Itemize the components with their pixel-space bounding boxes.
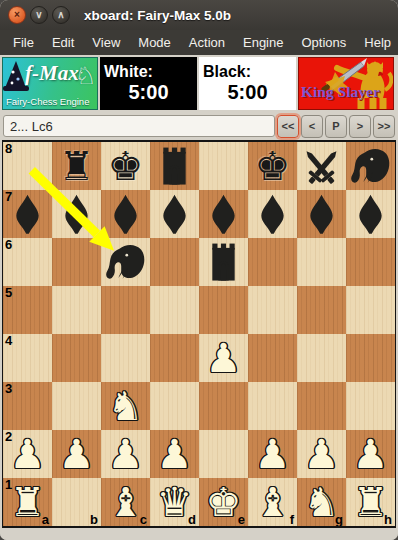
menu-options[interactable]: Options <box>292 32 355 53</box>
chess-board-frame: 8♜♚♚7654♟3♞2♟♟♟♟♟♟♟1a♜bc♝d♛e♚f♝g♞h♜ <box>2 140 396 528</box>
spartan-hoplite-pawn <box>349 193 392 236</box>
square-d2[interactable]: ♟ <box>150 430 199 478</box>
white-bishop: ♝ <box>108 478 144 526</box>
file-label-c: c <box>140 512 147 526</box>
square-c4[interactable] <box>101 334 150 382</box>
square-h1[interactable]: h♜ <box>346 478 395 526</box>
white-king: ♚ <box>206 478 242 526</box>
xboard-window: ×∨∧ xboard: Fairy-Max 5.0b FileEditViewM… <box>0 0 398 540</box>
white-pawn: ♟ <box>108 430 144 478</box>
square-g2[interactable]: ♟ <box>297 430 346 478</box>
spartan-hoplite-pawn <box>6 193 49 236</box>
file-label-e: e <box>238 512 245 526</box>
square-g7[interactable] <box>297 190 346 238</box>
square-e7[interactable] <box>199 190 248 238</box>
white-bishop: ♝ <box>255 478 291 526</box>
spartan-hoplite-pawn <box>153 193 196 236</box>
white-clock-label: White: <box>104 63 193 81</box>
menu-bar: FileEditViewModeActionEngineOptionsHelp <box>0 30 398 55</box>
white-pawn: ♟ <box>157 430 193 478</box>
rank-label-8: 8 <box>5 142 12 156</box>
file-label-a: a <box>42 512 49 526</box>
square-b8[interactable]: ♜ <box>52 142 101 190</box>
square-a3[interactable]: 3 <box>3 382 52 430</box>
white-clock-time: 5:00 <box>104 81 193 104</box>
square-g4[interactable] <box>297 334 346 382</box>
square-h6[interactable] <box>346 238 395 286</box>
square-d6[interactable] <box>150 238 199 286</box>
square-a6[interactable]: 6 <box>3 238 52 286</box>
square-e2[interactable] <box>199 430 248 478</box>
title-bar[interactable]: ×∨∧ xboard: Fairy-Max 5.0b <box>0 0 398 30</box>
square-d7[interactable] <box>150 190 199 238</box>
square-f4[interactable] <box>248 334 297 382</box>
square-g8[interactable] <box>297 142 346 190</box>
square-h4[interactable] <box>346 334 395 382</box>
square-e4[interactable]: ♟ <box>199 334 248 382</box>
window-bottom-edge <box>0 528 398 540</box>
square-h2[interactable]: ♟ <box>346 430 395 478</box>
square-d4[interactable] <box>150 334 199 382</box>
square-f2[interactable]: ♟ <box>248 430 297 478</box>
square-f5[interactable] <box>248 286 297 334</box>
square-f1[interactable]: f♝ <box>248 478 297 526</box>
navigation-buttons: <<<P>>> <box>277 115 395 138</box>
white-rook: ♜ <box>10 478 46 526</box>
square-e5[interactable] <box>199 286 248 334</box>
white-pawn: ♟ <box>255 430 291 478</box>
square-e8[interactable] <box>199 142 248 190</box>
spartan-warlord-swords <box>300 145 343 188</box>
square-c7[interactable] <box>101 190 150 238</box>
square-b2[interactable]: ♟ <box>52 430 101 478</box>
square-d1[interactable]: d♛ <box>150 478 199 526</box>
spartan-captain-tower <box>153 145 196 188</box>
spartan-hoplite-pawn <box>55 193 98 236</box>
maximize-button[interactable]: ∧ <box>52 6 70 24</box>
white-knight: ♞ <box>108 382 144 430</box>
rank-label-1: 1 <box>5 478 12 492</box>
square-h3[interactable] <box>346 382 395 430</box>
rank-label-5: 5 <box>5 286 12 300</box>
file-label-h: h <box>384 512 392 526</box>
pause-button[interactable]: P <box>325 115 347 138</box>
king-slayer-engine-logo: King Slayer <box>298 57 394 110</box>
rank-label-6: 6 <box>5 238 12 252</box>
white-rook: ♜ <box>353 478 389 526</box>
square-g5[interactable] <box>297 286 346 334</box>
square-a7[interactable]: 7 <box>3 190 52 238</box>
square-c3[interactable]: ♞ <box>101 382 150 430</box>
square-c5[interactable] <box>101 286 150 334</box>
knight-head-icon: ♘ <box>74 62 96 90</box>
square-g6[interactable] <box>297 238 346 286</box>
square-c6[interactable] <box>101 238 150 286</box>
square-f7[interactable] <box>248 190 297 238</box>
black-clock[interactable]: Black: 5:00 <box>199 57 296 110</box>
spartan-hoplite-pawn <box>251 193 294 236</box>
white-pawn: ♟ <box>206 334 242 382</box>
black-clock-label: Black: <box>203 63 292 81</box>
back-button[interactable]: < <box>301 115 323 138</box>
menu-file[interactable]: File <box>4 32 43 53</box>
menu-engine[interactable]: Engine <box>234 32 292 53</box>
white-queen: ♛ <box>157 478 193 526</box>
square-b6[interactable] <box>52 238 101 286</box>
square-a5[interactable]: 5 <box>3 286 52 334</box>
square-b3[interactable] <box>52 382 101 430</box>
rewind-to-start-button[interactable]: << <box>277 115 299 138</box>
forward-button[interactable]: > <box>349 115 371 138</box>
menu-edit[interactable]: Edit <box>43 32 83 53</box>
spartan-king: ♚ <box>108 142 144 190</box>
forward-to-end-button[interactable]: >> <box>373 115 395 138</box>
rank-label-4: 4 <box>5 334 12 348</box>
white-pawn: ♟ <box>353 430 389 478</box>
square-a1[interactable]: 1a♜ <box>3 478 52 526</box>
spartan-hoplite-pawn <box>202 193 245 236</box>
menu-view[interactable]: View <box>83 32 129 53</box>
file-label-d: d <box>188 512 196 526</box>
rank-label-3: 3 <box>5 382 12 396</box>
spartan-lieutenant-elephant <box>104 241 147 284</box>
square-c8[interactable]: ♚ <box>101 142 150 190</box>
fmax-logo-title: f-Max <box>25 61 79 86</box>
white-clock[interactable]: White: 5:00 <box>100 57 197 110</box>
fairy-max-engine-logo: f-Max ♘ Fairy-Chess Engine <box>2 57 98 110</box>
square-c1[interactable]: c♝ <box>101 478 150 526</box>
square-b4[interactable] <box>52 334 101 382</box>
chess-board: 8♜♚♚7654♟3♞2♟♟♟♟♟♟♟1a♜bc♝d♛e♚f♝g♞h♜ <box>3 142 395 526</box>
square-g3[interactable] <box>297 382 346 430</box>
spartan-hoplite-pawn <box>104 193 147 236</box>
square-a2[interactable]: 2♟ <box>3 430 52 478</box>
square-f6[interactable] <box>248 238 297 286</box>
window-title: xboard: Fairy-Max 5.0b <box>84 8 231 23</box>
square-a4[interactable]: 4 <box>3 334 52 382</box>
square-f8[interactable]: ♚ <box>248 142 297 190</box>
white-pawn: ♟ <box>304 430 340 478</box>
white-pawn: ♟ <box>59 430 95 478</box>
menu-mode[interactable]: Mode <box>129 32 180 53</box>
white-knight: ♞ <box>304 478 340 526</box>
spartan-captain-tower <box>202 241 245 284</box>
fmax-logo-caption: Fairy-Chess Engine <box>6 96 89 107</box>
square-e3[interactable] <box>199 382 248 430</box>
file-label-b: b <box>90 512 98 526</box>
white-pawn: ♟ <box>10 430 46 478</box>
menu-help[interactable]: Help <box>355 32 398 53</box>
spartan-lieutenant-elephant <box>349 145 392 188</box>
square-h8[interactable] <box>346 142 395 190</box>
minimize-button[interactable]: ∨ <box>30 6 48 24</box>
square-a8[interactable]: 8 <box>3 142 52 190</box>
square-d5[interactable] <box>150 286 199 334</box>
square-c2[interactable]: ♟ <box>101 430 150 478</box>
square-b1[interactable]: b <box>52 478 101 526</box>
spartan-general: ♜ <box>59 142 95 190</box>
current-move-field[interactable]: 2... Lc6 <box>3 115 275 137</box>
square-d8[interactable] <box>150 142 199 190</box>
close-button[interactable]: × <box>8 6 26 24</box>
move-bar: 2... Lc6 <<<P>>> <box>0 112 398 140</box>
square-d3[interactable] <box>150 382 199 430</box>
file-label-f: f <box>290 512 294 526</box>
square-h5[interactable] <box>346 286 395 334</box>
square-h7[interactable] <box>346 190 395 238</box>
spartan-hoplite-pawn <box>300 193 343 236</box>
spartan-king: ♚ <box>255 142 291 190</box>
file-label-g: g <box>335 512 343 526</box>
square-f3[interactable] <box>248 382 297 430</box>
square-e6[interactable] <box>199 238 248 286</box>
logo-clock-strip: f-Max ♘ Fairy-Chess Engine White: 5:00 B… <box>0 55 398 112</box>
square-e1[interactable]: e♚ <box>199 478 248 526</box>
kingslayer-logo-title: King Slayer <box>301 83 394 101</box>
square-b5[interactable] <box>52 286 101 334</box>
square-b7[interactable] <box>52 190 101 238</box>
rank-label-2: 2 <box>5 430 12 444</box>
square-g1[interactable]: g♞ <box>297 478 346 526</box>
black-clock-time: 5:00 <box>203 81 292 104</box>
window-controls: ×∨∧ <box>8 6 70 24</box>
menu-action[interactable]: Action <box>180 32 234 53</box>
rank-label-7: 7 <box>5 190 12 204</box>
